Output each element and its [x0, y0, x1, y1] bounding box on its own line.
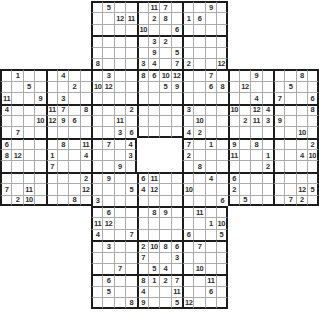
cell-r22c16[interactable] — [182, 252, 193, 263]
cell-r14c6[interactable] — [68, 160, 79, 171]
cell-r12c11[interactable]: 4 — [125, 138, 136, 149]
cell-r8c27[interactable]: 6 — [307, 92, 318, 103]
cell-r13c6[interactable] — [68, 149, 79, 160]
cell-r26c8[interactable] — [91, 297, 102, 308]
cell-r6c15[interactable]: 12 — [171, 69, 182, 80]
cell-r16c10[interactable] — [114, 183, 125, 194]
cell-r13c1[interactable]: 12 — [11, 149, 22, 160]
cell-r16c12[interactable]: 4 — [137, 183, 148, 194]
cell-r5c13[interactable]: 4 — [148, 58, 159, 69]
cell-r10c3[interactable]: 10 — [34, 115, 45, 126]
cell-r9c10[interactable] — [114, 104, 125, 115]
cell-r4c14[interactable] — [159, 47, 170, 58]
cell-r10c24[interactable]: 9 — [273, 115, 284, 126]
cell-r25c10[interactable] — [114, 286, 125, 297]
cell-r10c6[interactable]: 6 — [68, 115, 79, 126]
cell-r23c15[interactable] — [171, 263, 182, 274]
cell-r19c15[interactable] — [171, 217, 182, 228]
cell-r8c25[interactable] — [284, 92, 295, 103]
cell-r11c2[interactable] — [23, 126, 34, 137]
cell-r9c9[interactable] — [102, 104, 113, 115]
cell-r14c22[interactable] — [250, 160, 261, 171]
cell-r8c20[interactable] — [228, 92, 239, 103]
cell-r12c27[interactable]: 2 — [307, 138, 318, 149]
cell-r18c17[interactable]: 11 — [193, 206, 204, 217]
cell-r16c5[interactable] — [57, 183, 68, 194]
cell-r25c12[interactable]: 4 — [137, 286, 148, 297]
cell-r13c21[interactable] — [239, 149, 250, 160]
cell-r22c15[interactable]: 3 — [171, 252, 182, 263]
cell-r7c0[interactable] — [0, 81, 11, 92]
cell-r18c14[interactable]: 9 — [159, 206, 170, 217]
cell-r15c23[interactable] — [262, 172, 273, 183]
cell-r9c6[interactable] — [68, 104, 79, 115]
cell-r6c9[interactable]: 3 — [102, 69, 113, 80]
cell-r7c9[interactable]: 12 — [102, 81, 113, 92]
cell-r2c10[interactable] — [114, 24, 125, 35]
cell-r14c23[interactable]: 2 — [262, 160, 273, 171]
cell-r7c16[interactable] — [182, 81, 193, 92]
cell-r9c27[interactable]: 8 — [307, 104, 318, 115]
cell-r10c4[interactable]: 12 — [46, 115, 57, 126]
cell-r7c15[interactable]: 9 — [171, 81, 182, 92]
cell-r24c16[interactable] — [182, 274, 193, 285]
cell-r13c0[interactable]: 8 — [0, 149, 11, 160]
cell-r6c21[interactable] — [239, 69, 250, 80]
cell-r16c24[interactable] — [273, 183, 284, 194]
cell-r0c13[interactable]: 11 — [148, 1, 159, 12]
cell-r15c22[interactable] — [250, 172, 261, 183]
cell-r0c12[interactable] — [137, 1, 148, 12]
cell-r5c12[interactable]: 3 — [137, 58, 148, 69]
cell-r14c10[interactable]: 9 — [114, 160, 125, 171]
cell-r14c3[interactable] — [34, 160, 45, 171]
cell-r3c11[interactable] — [125, 35, 136, 46]
cell-r11c24[interactable] — [273, 126, 284, 137]
cell-r20c14[interactable] — [159, 229, 170, 240]
cell-r0c19[interactable] — [216, 1, 227, 12]
cell-r6c20[interactable] — [228, 69, 239, 80]
cell-r22c17[interactable] — [193, 252, 204, 263]
cell-r10c22[interactable]: 11 — [250, 115, 261, 126]
cell-r16c8[interactable] — [91, 183, 102, 194]
cell-r5c18[interactable] — [205, 58, 216, 69]
cell-r11c8[interactable] — [91, 126, 102, 137]
cell-r14c11[interactable] — [125, 160, 136, 171]
cell-r16c11[interactable]: 5 — [125, 183, 136, 194]
cell-r25c19[interactable] — [216, 286, 227, 297]
cell-r20c10[interactable] — [114, 229, 125, 240]
cell-r15c10[interactable] — [114, 172, 125, 183]
cell-r13c9[interactable] — [102, 149, 113, 160]
cell-r15c21[interactable] — [239, 172, 250, 183]
cell-r8c7[interactable] — [80, 92, 91, 103]
cell-r17c22[interactable] — [250, 195, 261, 206]
cell-r10c16[interactable] — [182, 115, 193, 126]
cell-r0c9[interactable]: 5 — [102, 1, 113, 12]
cell-r7c13[interactable] — [148, 81, 159, 92]
cell-r21c17[interactable]: 7 — [193, 240, 204, 251]
cell-r17c2[interactable]: 10 — [23, 195, 34, 206]
cell-r25c15[interactable]: 11 — [171, 286, 182, 297]
cell-r8c15[interactable] — [171, 92, 182, 103]
cell-r20c13[interactable] — [148, 229, 159, 240]
cell-r7c19[interactable]: 8 — [216, 81, 227, 92]
cell-r12c1[interactable] — [11, 138, 22, 149]
cell-r7c14[interactable]: 5 — [159, 81, 170, 92]
cell-r3c18[interactable] — [205, 35, 216, 46]
cell-r21c18[interactable] — [205, 240, 216, 251]
cell-r5c19[interactable]: 12 — [216, 58, 227, 69]
cell-r12c8[interactable] — [91, 138, 102, 149]
cell-r8c10[interactable] — [114, 92, 125, 103]
cell-r9c7[interactable]: 8 — [80, 104, 91, 115]
cell-r9c2[interactable] — [23, 104, 34, 115]
cell-r10c11[interactable] — [125, 115, 136, 126]
cell-r13c26[interactable]: 4 — [296, 149, 307, 160]
cell-r17c19[interactable]: 6 — [216, 195, 227, 206]
cell-r24c11[interactable] — [125, 274, 136, 285]
cell-r8c26[interactable] — [296, 92, 307, 103]
cell-r14c0[interactable] — [0, 160, 11, 171]
cell-r15c5[interactable] — [57, 172, 68, 183]
cell-r15c0[interactable] — [0, 172, 11, 183]
cell-r4c11[interactable] — [125, 47, 136, 58]
cell-r12c25[interactable] — [284, 138, 295, 149]
cell-r0c8[interactable] — [91, 1, 102, 12]
cell-r19c19[interactable]: 10 — [216, 217, 227, 228]
cell-r4c10[interactable] — [114, 47, 125, 58]
cell-r4c9[interactable] — [102, 47, 113, 58]
cell-r26c17[interactable] — [193, 297, 204, 308]
cell-r24c8[interactable] — [91, 274, 102, 285]
cell-r13c19[interactable] — [216, 149, 227, 160]
cell-r4c15[interactable]: 5 — [171, 47, 182, 58]
cell-r16c25[interactable] — [284, 183, 295, 194]
cell-r18c19[interactable] — [216, 206, 227, 217]
cell-r21c13[interactable]: 10 — [148, 240, 159, 251]
cell-r16c13[interactable]: 12 — [148, 183, 159, 194]
cell-r22c14[interactable] — [159, 252, 170, 263]
cell-r9c22[interactable]: 12 — [250, 104, 261, 115]
cell-r10c26[interactable] — [296, 115, 307, 126]
cell-r21c11[interactable] — [125, 240, 136, 251]
cell-r9c18[interactable] — [205, 104, 216, 115]
cell-r17c4[interactable] — [46, 195, 57, 206]
cell-r24c9[interactable]: 6 — [102, 274, 113, 285]
cell-r4c16[interactable] — [182, 47, 193, 58]
cell-r14c16[interactable] — [182, 160, 193, 171]
cell-r17c14[interactable] — [159, 195, 170, 206]
cell-r14c19[interactable] — [216, 160, 227, 171]
cell-r19c9[interactable]: 12 — [102, 217, 113, 228]
cell-r16c3[interactable] — [34, 183, 45, 194]
cell-r22c9[interactable] — [102, 252, 113, 263]
cell-r21c16[interactable] — [182, 240, 193, 251]
cell-r18c15[interactable] — [171, 206, 182, 217]
cell-r16c15[interactable] — [171, 183, 182, 194]
cell-r13c24[interactable] — [273, 149, 284, 160]
cell-r16c0[interactable]: 7 — [0, 183, 11, 194]
cell-r13c25[interactable] — [284, 149, 295, 160]
cell-r16c16[interactable]: 10 — [182, 183, 193, 194]
cell-r22c11[interactable] — [125, 252, 136, 263]
cell-r8c23[interactable] — [262, 92, 273, 103]
cell-r11c27[interactable] — [307, 126, 318, 137]
cell-r8c19[interactable] — [216, 92, 227, 103]
cell-r16c19[interactable] — [216, 183, 227, 194]
cell-r15c24[interactable] — [273, 172, 284, 183]
cell-r13c7[interactable]: 4 — [80, 149, 91, 160]
cell-r11c23[interactable] — [262, 126, 273, 137]
cell-r11c20[interactable] — [228, 126, 239, 137]
cell-r25c17[interactable] — [193, 286, 204, 297]
cell-r13c4[interactable]: 1 — [46, 149, 57, 160]
cell-r15c16[interactable] — [182, 172, 193, 183]
cell-r17c27[interactable] — [307, 195, 318, 206]
cell-r9c5[interactable]: 7 — [57, 104, 68, 115]
cell-r26c9[interactable] — [102, 297, 113, 308]
cell-r18c12[interactable] — [137, 206, 148, 217]
cell-r13c20[interactable]: 11 — [228, 149, 239, 160]
cell-r20c18[interactable] — [205, 229, 216, 240]
cell-r21c10[interactable] — [114, 240, 125, 251]
cell-r17c13[interactable] — [148, 195, 159, 206]
cell-r6c10[interactable] — [114, 69, 125, 80]
cell-r20c11[interactable]: 7 — [125, 229, 136, 240]
cell-r1c14[interactable]: 8 — [159, 12, 170, 23]
cell-r2c11[interactable] — [125, 24, 136, 35]
cell-r22c18[interactable] — [205, 252, 216, 263]
cell-r24c15[interactable]: 7 — [171, 274, 182, 285]
cell-r11c6[interactable] — [68, 126, 79, 137]
cell-r17c24[interactable] — [273, 195, 284, 206]
cell-r17c5[interactable] — [57, 195, 68, 206]
cell-r24c13[interactable]: 1 — [148, 274, 159, 285]
cell-r15c11[interactable] — [125, 172, 136, 183]
cell-r26c15[interactable]: 5 — [171, 297, 182, 308]
cell-r10c14[interactable] — [159, 115, 170, 126]
cell-r23c10[interactable]: 7 — [114, 263, 125, 274]
cell-r10c2[interactable] — [23, 115, 34, 126]
cell-r1c16[interactable]: 1 — [182, 12, 193, 23]
cell-r19c17[interactable] — [193, 217, 204, 228]
cell-r7c17[interactable] — [193, 81, 204, 92]
cell-r2c8[interactable] — [91, 24, 102, 35]
cell-r18c8[interactable] — [91, 206, 102, 217]
cell-r12c7[interactable]: 11 — [80, 138, 91, 149]
cell-r7c23[interactable] — [262, 81, 273, 92]
cell-r17c9[interactable] — [102, 195, 113, 206]
cell-r7c7[interactable] — [80, 81, 91, 92]
cell-r22c10[interactable] — [114, 252, 125, 263]
cell-r25c11[interactable] — [125, 286, 136, 297]
cell-r13c10[interactable] — [114, 149, 125, 160]
cell-r12c21[interactable] — [239, 138, 250, 149]
cell-r6c8[interactable] — [91, 69, 102, 80]
cell-r17c16[interactable] — [182, 195, 193, 206]
cell-r10c12[interactable] — [137, 115, 148, 126]
cell-r17c6[interactable]: 8 — [68, 195, 79, 206]
cell-r14c4[interactable]: 7 — [46, 160, 57, 171]
cell-r13c5[interactable] — [57, 149, 68, 160]
cell-r7c11[interactable] — [125, 81, 136, 92]
cell-r13c2[interactable] — [23, 149, 34, 160]
cell-r6c6[interactable] — [68, 69, 79, 80]
cell-r14c8[interactable] — [91, 160, 102, 171]
cell-r9c1[interactable] — [11, 104, 22, 115]
cell-r10c10[interactable]: 11 — [114, 115, 125, 126]
cell-r3c16[interactable] — [182, 35, 193, 46]
cell-r21c12[interactable]: 2 — [137, 240, 148, 251]
cell-r12c22[interactable]: 8 — [250, 138, 261, 149]
cell-r6c25[interactable] — [284, 69, 295, 80]
cell-r15c15[interactable] — [171, 172, 182, 183]
cell-r7c8[interactable]: 10 — [91, 81, 102, 92]
cell-r1c8[interactable] — [91, 12, 102, 23]
cell-r9c13[interactable] — [148, 104, 159, 115]
cell-r12c24[interactable] — [273, 138, 284, 149]
cell-r2c18[interactable] — [205, 24, 216, 35]
cell-r11c4[interactable] — [46, 126, 57, 137]
cell-r16c1[interactable] — [11, 183, 22, 194]
cell-r3c14[interactable]: 2 — [159, 35, 170, 46]
cell-r15c14[interactable] — [159, 172, 170, 183]
cell-r2c14[interactable] — [159, 24, 170, 35]
cell-r11c16[interactable]: 4 — [182, 126, 193, 137]
cell-r5c16[interactable]: 2 — [182, 58, 193, 69]
cell-r8c5[interactable]: 3 — [57, 92, 68, 103]
cell-r11c17[interactable]: 2 — [193, 126, 204, 137]
cell-r8c0[interactable]: 11 — [0, 92, 11, 103]
cell-r10c17[interactable]: 10 — [193, 115, 204, 126]
cell-r8c14[interactable] — [159, 92, 170, 103]
cell-r11c3[interactable] — [34, 126, 45, 137]
cell-r12c5[interactable]: 8 — [57, 138, 68, 149]
cell-r21c9[interactable]: 3 — [102, 240, 113, 251]
cell-r19c18[interactable]: 1 — [205, 217, 216, 228]
cell-r11c21[interactable] — [239, 126, 250, 137]
cell-r16c22[interactable] — [250, 183, 261, 194]
cell-r5c8[interactable]: 8 — [91, 58, 102, 69]
cell-r14c25[interactable] — [284, 160, 295, 171]
cell-r3c12[interactable] — [137, 35, 148, 46]
cell-r3c9[interactable] — [102, 35, 113, 46]
cell-r1c10[interactable]: 12 — [114, 12, 125, 23]
cell-r7c20[interactable] — [228, 81, 239, 92]
cell-r10c18[interactable] — [205, 115, 216, 126]
cell-r13c16[interactable]: 2 — [182, 149, 193, 160]
cell-r20c9[interactable] — [102, 229, 113, 240]
cell-r17c11[interactable] — [125, 195, 136, 206]
cell-r15c1[interactable] — [11, 172, 22, 183]
cell-r4c18[interactable] — [205, 47, 216, 58]
cell-r8c9[interactable] — [102, 92, 113, 103]
cell-r17c3[interactable] — [34, 195, 45, 206]
cell-r16c26[interactable]: 12 — [296, 183, 307, 194]
cell-r24c12[interactable]: 8 — [137, 274, 148, 285]
cell-r17c7[interactable] — [80, 195, 91, 206]
cell-r23c13[interactable]: 5 — [148, 263, 159, 274]
cell-r20c12[interactable] — [137, 229, 148, 240]
cell-r15c9[interactable]: 9 — [102, 172, 113, 183]
cell-r14c27[interactable] — [307, 160, 318, 171]
cell-r6c4[interactable] — [46, 69, 57, 80]
cell-r11c0[interactable] — [0, 126, 11, 137]
cell-r5c10[interactable] — [114, 58, 125, 69]
cell-r8c24[interactable]: 7 — [273, 92, 284, 103]
cell-r22c13[interactable] — [148, 252, 159, 263]
cell-r6c13[interactable]: 6 — [148, 69, 159, 80]
cell-r9c15[interactable] — [171, 104, 182, 115]
cell-r26c18[interactable] — [205, 297, 216, 308]
cell-r3c10[interactable] — [114, 35, 125, 46]
cell-r9c23[interactable]: 4 — [262, 104, 273, 115]
cell-r17c18[interactable] — [205, 195, 216, 206]
cell-r18c18[interactable] — [205, 206, 216, 217]
cell-r13c11[interactable]: 3 — [125, 149, 136, 160]
cell-r11c22[interactable] — [250, 126, 261, 137]
cell-r23c16[interactable] — [182, 263, 193, 274]
cell-r26c19[interactable] — [216, 297, 227, 308]
cell-r3c19[interactable] — [216, 35, 227, 46]
cell-r9c19[interactable] — [216, 104, 227, 115]
cell-r25c13[interactable] — [148, 286, 159, 297]
cell-r12c2[interactable] — [23, 138, 34, 149]
cell-r10c5[interactable]: 9 — [57, 115, 68, 126]
cell-r9c21[interactable] — [239, 104, 250, 115]
cell-r6c23[interactable] — [262, 69, 273, 80]
cell-r10c19[interactable] — [216, 115, 227, 126]
cell-r8c17[interactable] — [193, 92, 204, 103]
cell-r16c21[interactable] — [239, 183, 250, 194]
cell-r23c9[interactable] — [102, 263, 113, 274]
cell-r13c3[interactable] — [34, 149, 45, 160]
cell-r17c21[interactable]: 5 — [239, 195, 250, 206]
cell-r9c25[interactable] — [284, 104, 295, 115]
cell-r22c12[interactable]: 7 — [137, 252, 148, 263]
cell-r15c2[interactable] — [23, 172, 34, 183]
cell-r23c18[interactable] — [205, 263, 216, 274]
cell-r7c2[interactable]: 5 — [23, 81, 34, 92]
cell-r1c11[interactable]: 11 — [125, 12, 136, 23]
cell-r11c26[interactable]: 10 — [296, 126, 307, 137]
cell-r6c14[interactable]: 10 — [159, 69, 170, 80]
cell-r24c10[interactable] — [114, 274, 125, 285]
cell-r3c8[interactable] — [91, 35, 102, 46]
cell-r14c24[interactable] — [273, 160, 284, 171]
cell-r19c12[interactable] — [137, 217, 148, 228]
cell-r12c9[interactable]: 7 — [102, 138, 113, 149]
cell-r4c17[interactable] — [193, 47, 204, 58]
cell-r0c11[interactable] — [125, 1, 136, 12]
cell-r17c20[interactable] — [228, 195, 239, 206]
cell-r0c15[interactable] — [171, 1, 182, 12]
cell-r0c10[interactable] — [114, 1, 125, 12]
cell-r11c1[interactable]: 7 — [11, 126, 22, 137]
cell-r10c25[interactable] — [284, 115, 295, 126]
cell-r22c19[interactable] — [216, 252, 227, 263]
cell-r6c26[interactable]: 8 — [296, 69, 307, 80]
cell-r25c14[interactable] — [159, 286, 170, 297]
cell-r6c11[interactable] — [125, 69, 136, 80]
cell-r9c4[interactable]: 11 — [46, 104, 57, 115]
cell-r17c0[interactable] — [0, 195, 11, 206]
cell-r5c17[interactable] — [193, 58, 204, 69]
cell-r9c24[interactable] — [273, 104, 284, 115]
cell-r18c9[interactable]: 6 — [102, 206, 113, 217]
cell-r16c17[interactable] — [193, 183, 204, 194]
